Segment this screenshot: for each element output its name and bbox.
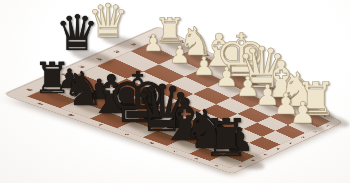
coordinate-label-4: 4: [287, 142, 292, 144]
coordinate-label-6: 6: [262, 154, 268, 156]
coordinate-label-3: 3: [300, 136, 305, 138]
coordinate-label-5: 5: [275, 148, 280, 150]
black-queen-extra: ♛: [45, 8, 109, 60]
chess-set-product-photo: hh11gg22ff33ee44dd55cc66bb77aa88 ♛♜♟♛♞♟♝…: [0, 0, 350, 183]
black-rook-a8: ♜: [192, 111, 260, 166]
white-pawn-a2: ♟: [283, 97, 322, 128]
coordinate-label-3: 3: [112, 50, 120, 54]
